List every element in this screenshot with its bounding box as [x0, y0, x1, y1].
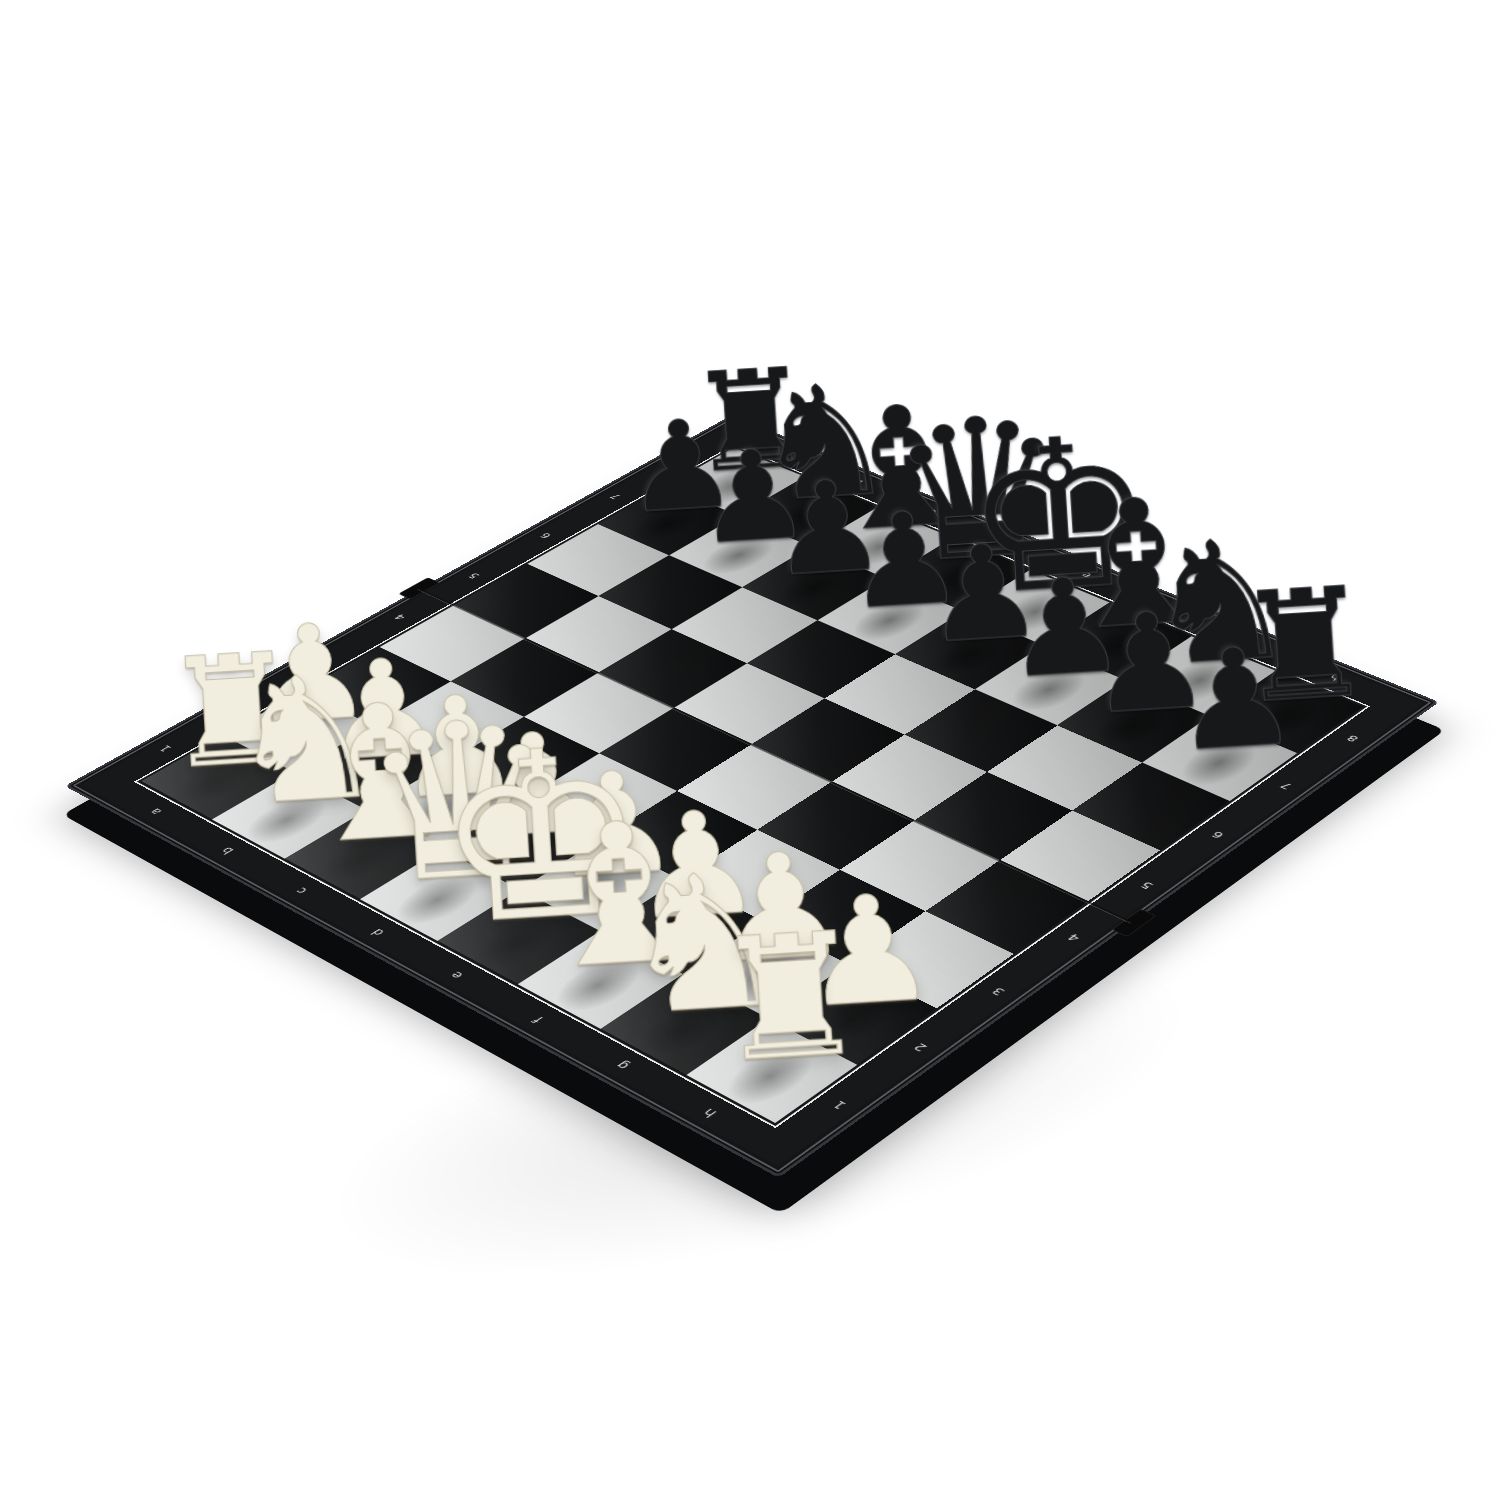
rank-label-7-hfile-edge: 7: [1277, 781, 1295, 792]
file-label-b-white-edge: b: [217, 845, 236, 856]
file-label-a-white-edge: a: [146, 806, 165, 817]
rank-label-6-afile-edge: 6: [537, 531, 554, 540]
file-label-g-white-edge: g: [612, 1059, 632, 1072]
rank-label-6-hfile-edge: 6: [1208, 829, 1226, 840]
piece-black-pawn-h7: ♟: [1115, 623, 1356, 773]
file-label-f-white-edge: f: [529, 1014, 546, 1025]
piece-white-rook-h1: ♜: [656, 906, 923, 1090]
file-label-h-white-edge: h: [699, 1106, 720, 1119]
rank-label-5-hfile-edge: 5: [1137, 880, 1156, 891]
file-label-c-white-edge: c: [292, 886, 311, 897]
product-photo-background: ♜♟♟♜♞♟♟♞♝♟♟♝♛♟♟♛♚♟♟♚♝♟♟♝♞♟♟♞♜♟♟♜ 11aa22b…: [0, 0, 1500, 1500]
file-label-e-white-edge: e: [446, 969, 466, 981]
file-label-d-white-edge: d: [368, 927, 388, 939]
rank-label-4-hfile-edge: 4: [1064, 932, 1083, 944]
rank-label-1-hfile-edge: 1: [829, 1098, 849, 1111]
rank-label-5-afile-edge: 5: [465, 571, 482, 580]
